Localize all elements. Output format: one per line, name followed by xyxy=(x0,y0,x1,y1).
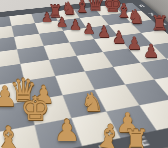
piece-red-pawn-b7[interactable]: ♟ xyxy=(56,15,68,28)
piece-red-pawn-a7[interactable]: ♟ xyxy=(41,11,53,24)
pieces-layer: ♜♞♝♛♚♝♞♜♟♟♟♟♟♟♟♟♛♟♞♟♟♚♟♝♝♜ xyxy=(0,0,168,148)
piece-red-pawn-e7[interactable]: ♟ xyxy=(97,25,110,40)
piece-red-pawn-c7[interactable]: ♟ xyxy=(69,17,82,31)
chess-scene: ABCDEFGH12345678 ♜♞♝♛♚♝♞♜♟♟♟♟♟♟♟♟♛♟♞♟♟♚♟… xyxy=(0,0,168,148)
piece-red-pawn-g7[interactable]: ♟ xyxy=(127,35,142,52)
piece-white-knight-f3[interactable]: ♞ xyxy=(81,90,104,116)
piece-red-pawn-d7[interactable]: ♟ xyxy=(83,22,96,36)
piece-white-pawn-f2[interactable]: ♟ xyxy=(54,116,81,146)
piece-white-rook-h1[interactable]: ♜ xyxy=(123,126,150,148)
piece-red-pawn-h7[interactable]: ♟ xyxy=(143,42,159,60)
piece-white-pawn-c2[interactable]: ♟ xyxy=(0,83,18,111)
piece-white-king-e1[interactable]: ♚ xyxy=(20,92,50,125)
piece-red-knight-g8[interactable]: ♞ xyxy=(128,7,145,26)
piece-red-rook-h8[interactable]: ♜ xyxy=(151,13,168,33)
piece-white-bishop-g2[interactable]: ♝ xyxy=(92,118,126,148)
piece-red-pawn-f7[interactable]: ♟ xyxy=(112,30,126,46)
piece-white-bishop-c1[interactable]: ♝ xyxy=(0,123,22,148)
